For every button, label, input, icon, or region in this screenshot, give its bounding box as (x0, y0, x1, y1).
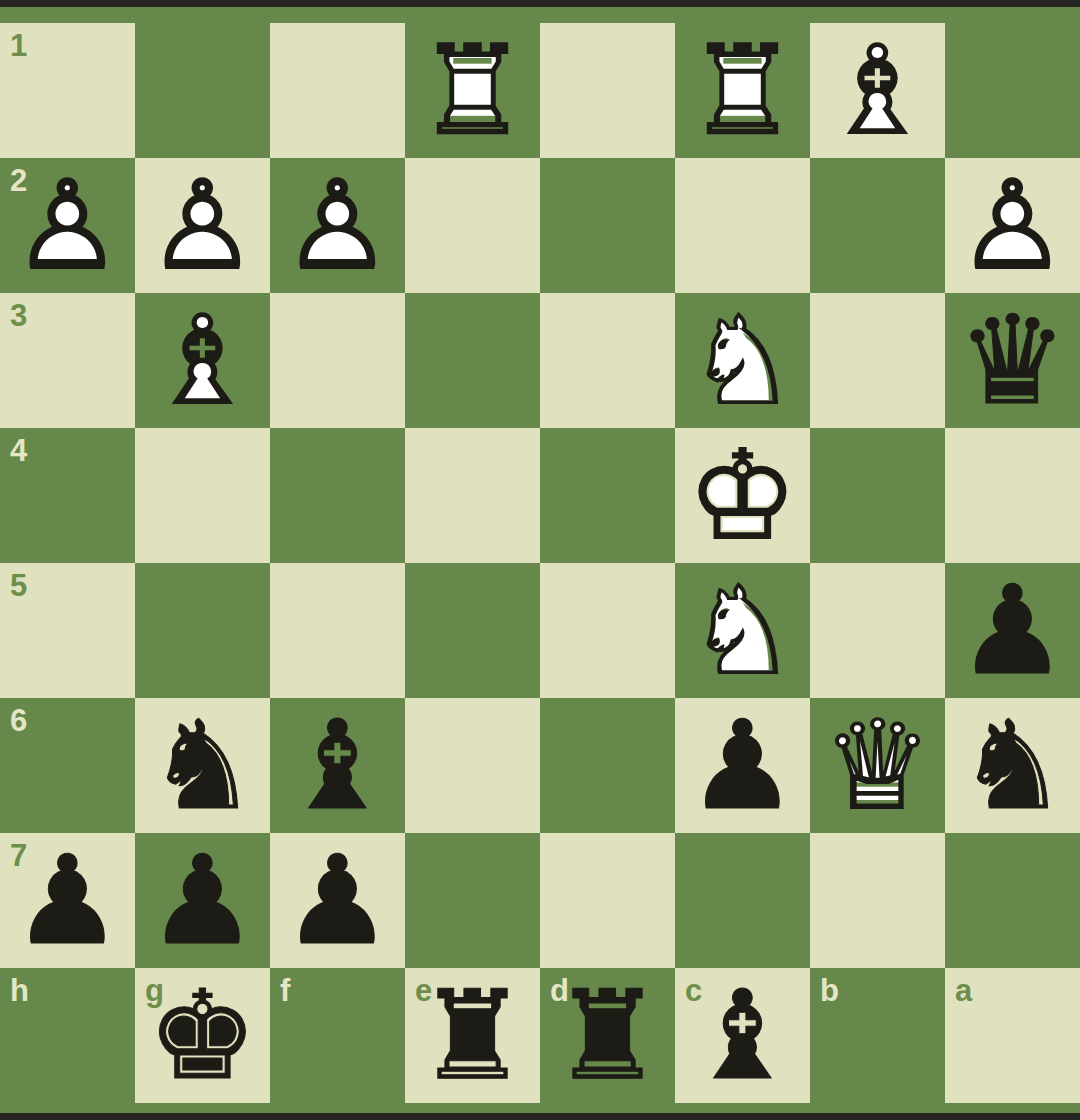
piece-glyph-fill: ♜ (405, 968, 540, 1103)
piece-glyph-fill: ♟ (0, 833, 135, 968)
square-b2[interactable] (810, 158, 945, 293)
square-b3[interactable] (810, 293, 945, 428)
square-h2[interactable]: 2♟♙ (0, 158, 135, 293)
square-a3[interactable]: ♛♕ (945, 293, 1080, 428)
square-c2[interactable] (675, 158, 810, 293)
piece-black-pawn[interactable]: ♟♙ (270, 833, 405, 968)
piece-glyph-fill: ♝ (270, 698, 405, 833)
piece-white-pawn[interactable]: ♟♙ (0, 158, 135, 293)
square-a7[interactable] (945, 833, 1080, 968)
file-label-h: h (10, 975, 29, 1006)
square-g8[interactable]: g♚♔ (135, 968, 270, 1103)
square-e7[interactable] (405, 833, 540, 968)
piece-black-pawn[interactable]: ♟♙ (135, 833, 270, 968)
piece-white-pawn[interactable]: ♟♙ (135, 158, 270, 293)
square-c8[interactable]: c♝♗ (675, 968, 810, 1103)
square-e5[interactable] (405, 563, 540, 698)
piece-glyph-fill: ♟ (675, 698, 810, 833)
piece-glyph-fill: ♜ (540, 968, 675, 1103)
square-h5[interactable]: 5 (0, 563, 135, 698)
piece-white-queen[interactable]: ♛♕ (810, 698, 945, 833)
square-h3[interactable]: 3 (0, 293, 135, 428)
square-d4[interactable] (540, 428, 675, 563)
file-label-a: a (955, 975, 972, 1006)
square-d7[interactable] (540, 833, 675, 968)
piece-glyph-outline: ♗ (135, 293, 270, 428)
square-e3[interactable] (405, 293, 540, 428)
rank-label-1: 1 (10, 30, 27, 61)
square-h6[interactable]: 6 (0, 698, 135, 833)
piece-glyph-outline: ♖ (675, 23, 810, 158)
piece-black-knight[interactable]: ♞♘ (135, 698, 270, 833)
square-e8[interactable]: e♜♖ (405, 968, 540, 1103)
piece-glyph-fill: ♛ (945, 293, 1080, 428)
square-b5[interactable] (810, 563, 945, 698)
piece-glyph-fill: ♚ (135, 968, 270, 1103)
piece-glyph-fill: ♟ (270, 833, 405, 968)
piece-black-bishop[interactable]: ♝♗ (270, 698, 405, 833)
square-e6[interactable] (405, 698, 540, 833)
square-f8[interactable]: f (270, 968, 405, 1103)
square-c1[interactable]: ♜♖ (675, 23, 810, 158)
piece-glyph-fill: ♝ (675, 968, 810, 1103)
square-d6[interactable] (540, 698, 675, 833)
square-d1[interactable] (540, 23, 675, 158)
square-f6[interactable]: ♝♗ (270, 698, 405, 833)
square-e1[interactable]: ♜♖ (405, 23, 540, 158)
piece-glyph-outline: ♗ (810, 23, 945, 158)
file-label-f: f (280, 975, 290, 1006)
piece-glyph-fill: ♞ (945, 698, 1080, 833)
piece-white-bishop[interactable]: ♝♗ (810, 23, 945, 158)
piece-black-rook[interactable]: ♜♖ (540, 968, 675, 1103)
file-label-b: b (820, 975, 839, 1006)
piece-black-pawn[interactable]: ♟♙ (945, 563, 1080, 698)
square-b7[interactable] (810, 833, 945, 968)
square-b8[interactable]: b (810, 968, 945, 1103)
piece-black-pawn[interactable]: ♟♙ (675, 698, 810, 833)
square-a5[interactable]: ♟♙ (945, 563, 1080, 698)
piece-glyph-outline: ♖ (405, 23, 540, 158)
square-f4[interactable] (270, 428, 405, 563)
piece-black-bishop[interactable]: ♝♗ (675, 968, 810, 1103)
square-b1[interactable]: ♝♗ (810, 23, 945, 158)
square-d3[interactable] (540, 293, 675, 428)
square-a4[interactable] (945, 428, 1080, 563)
piece-white-pawn[interactable]: ♟♙ (945, 158, 1080, 293)
piece-white-knight[interactable]: ♞♘ (675, 563, 810, 698)
square-h8[interactable]: h (0, 968, 135, 1103)
square-c3[interactable]: ♞♘ (675, 293, 810, 428)
square-d8[interactable]: d♜♖ (540, 968, 675, 1103)
square-g6[interactable]: ♞♘ (135, 698, 270, 833)
piece-black-knight[interactable]: ♞♘ (945, 698, 1080, 833)
square-f7[interactable]: ♟♙ (270, 833, 405, 968)
square-c5[interactable]: ♞♘ (675, 563, 810, 698)
piece-glyph-outline: ♙ (270, 158, 405, 293)
square-c6[interactable]: ♟♙ (675, 698, 810, 833)
square-g5[interactable] (135, 563, 270, 698)
piece-glyph-fill: ♞ (135, 698, 270, 833)
piece-black-king[interactable]: ♚♔ (135, 968, 270, 1103)
piece-glyph-outline: ♘ (675, 563, 810, 698)
chess-board: 1♜♖♜♖♝♗2♟♙♟♙♟♙♟♙3♝♗♞♘♛♕4♚♔5♞♘♟♙6♞♘♝♗♟♙♛♕… (0, 23, 1080, 1103)
square-a6[interactable]: ♞♘ (945, 698, 1080, 833)
rank-label-5: 5 (10, 570, 27, 601)
piece-glyph-outline: ♙ (0, 158, 135, 293)
square-e4[interactable] (405, 428, 540, 563)
square-g1[interactable] (135, 23, 270, 158)
piece-white-rook[interactable]: ♜♖ (675, 23, 810, 158)
square-f2[interactable]: ♟♙ (270, 158, 405, 293)
piece-glyph-outline: ♘ (675, 293, 810, 428)
piece-white-king[interactable]: ♚♔ (675, 428, 810, 563)
square-a2[interactable]: ♟♙ (945, 158, 1080, 293)
piece-white-pawn[interactable]: ♟♙ (270, 158, 405, 293)
piece-glyph-outline: ♕ (810, 698, 945, 833)
square-g2[interactable]: ♟♙ (135, 158, 270, 293)
piece-glyph-fill: ♟ (945, 563, 1080, 698)
app-bottom-bar (0, 1113, 1080, 1120)
piece-glyph-outline: ♔ (675, 428, 810, 563)
square-f3[interactable] (270, 293, 405, 428)
piece-white-rook[interactable]: ♜♖ (405, 23, 540, 158)
square-c4[interactable]: ♚♔ (675, 428, 810, 563)
chess-app-screen: 1♜♖♜♖♝♗2♟♙♟♙♟♙♟♙3♝♗♞♘♛♕4♚♔5♞♘♟♙6♞♘♝♗♟♙♛♕… (0, 0, 1080, 1120)
piece-glyph-outline: ♙ (945, 158, 1080, 293)
piece-white-bishop[interactable]: ♝♗ (135, 293, 270, 428)
square-h4[interactable]: 4 (0, 428, 135, 563)
rank-label-6: 6 (10, 705, 27, 736)
square-g3[interactable]: ♝♗ (135, 293, 270, 428)
square-d2[interactable] (540, 158, 675, 293)
square-a8[interactable]: a (945, 968, 1080, 1103)
piece-white-knight[interactable]: ♞♘ (675, 293, 810, 428)
square-d5[interactable] (540, 563, 675, 698)
square-b4[interactable] (810, 428, 945, 563)
square-b6[interactable]: ♛♕ (810, 698, 945, 833)
square-g7[interactable]: ♟♙ (135, 833, 270, 968)
square-f5[interactable] (270, 563, 405, 698)
rank-label-3: 3 (10, 300, 27, 331)
square-e2[interactable] (405, 158, 540, 293)
square-h7[interactable]: 7♟♙ (0, 833, 135, 968)
square-f1[interactable] (270, 23, 405, 158)
square-g4[interactable] (135, 428, 270, 563)
square-c7[interactable] (675, 833, 810, 968)
square-a1[interactable] (945, 23, 1080, 158)
piece-black-queen[interactable]: ♛♕ (945, 293, 1080, 428)
rank-label-4: 4 (10, 435, 27, 466)
app-top-bar (0, 0, 1080, 7)
square-h1[interactable]: 1 (0, 23, 135, 158)
piece-glyph-outline: ♙ (135, 158, 270, 293)
piece-black-rook[interactable]: ♜♖ (405, 968, 540, 1103)
piece-glyph-fill: ♟ (135, 833, 270, 968)
piece-black-pawn[interactable]: ♟♙ (0, 833, 135, 968)
